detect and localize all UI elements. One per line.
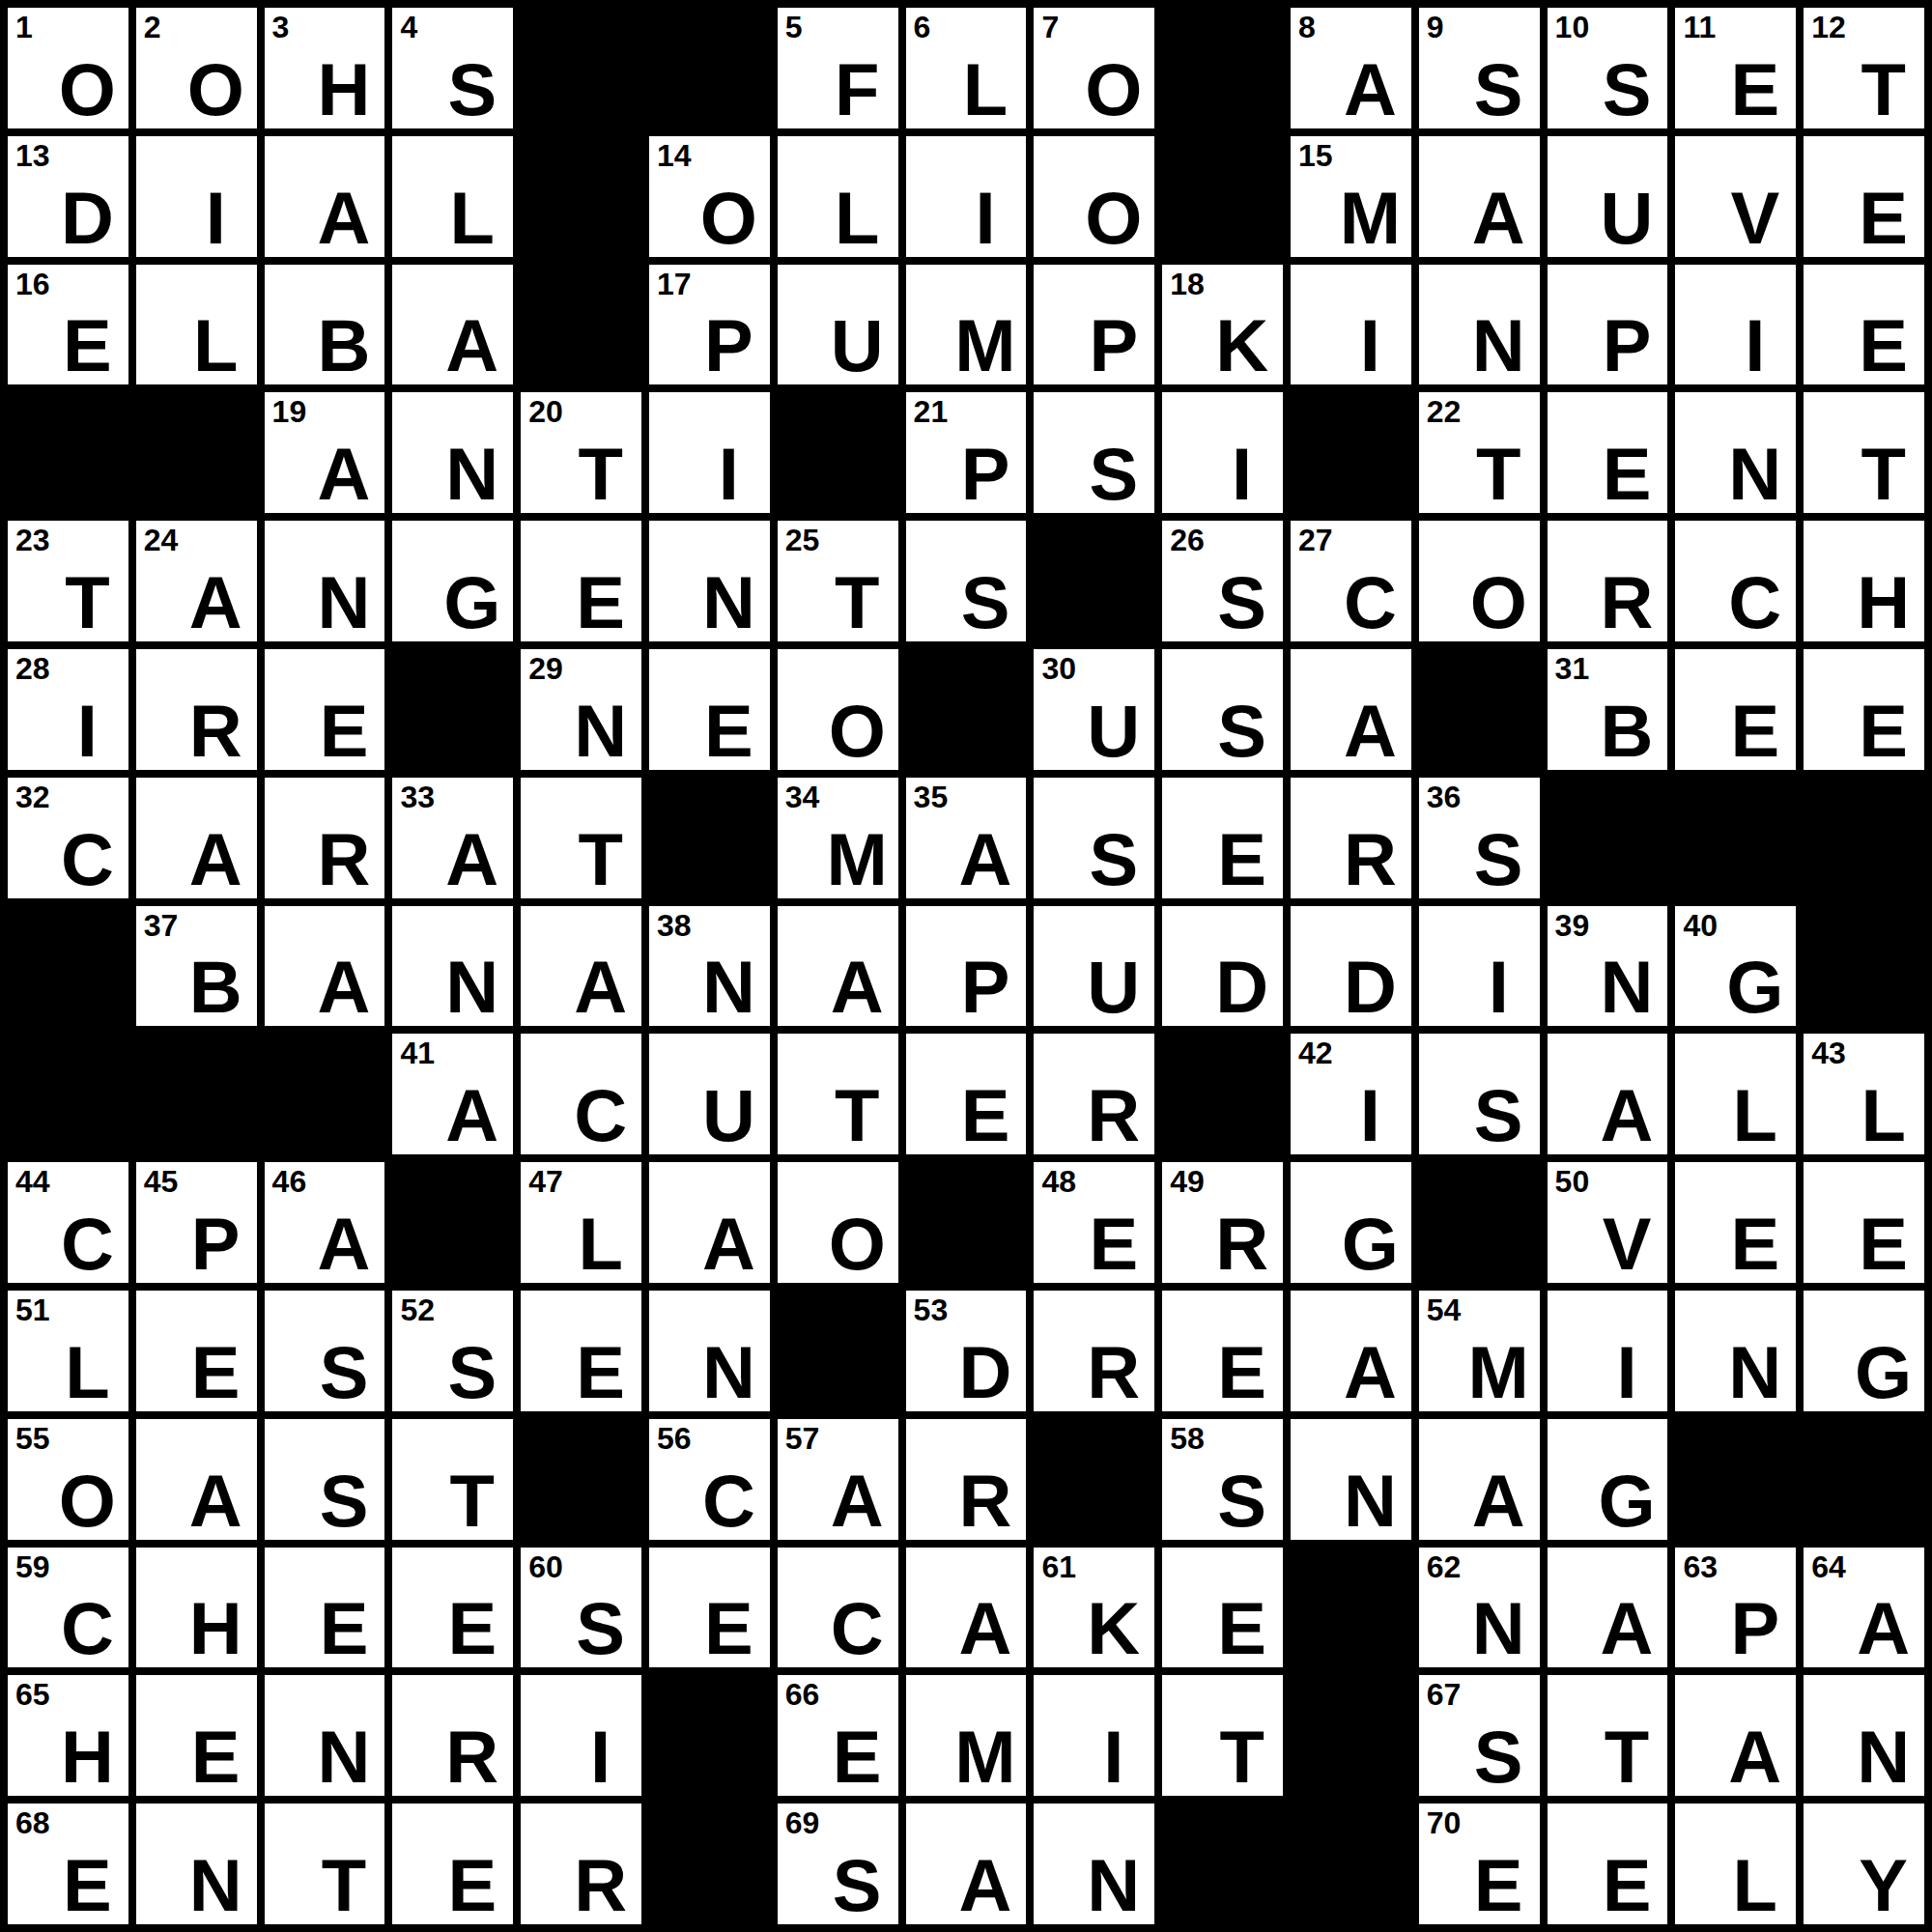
black-cell bbox=[1291, 1675, 1411, 1796]
cell-letter: P bbox=[1034, 309, 1154, 383]
letter-cell[interactable]: H bbox=[136, 1548, 257, 1668]
letter-cell[interactable]: A bbox=[136, 1419, 257, 1540]
letter-cell[interactable]: A bbox=[1675, 1675, 1796, 1796]
black-cell bbox=[1034, 521, 1154, 641]
letter-cell[interactable]: 7O bbox=[1034, 8, 1154, 128]
letter-cell[interactable]: C bbox=[1675, 521, 1796, 641]
letter-cell[interactable]: I bbox=[1419, 906, 1540, 1027]
cell-letter: N bbox=[521, 695, 641, 768]
letter-cell[interactable]: R bbox=[392, 1675, 513, 1796]
clue-number: 64 bbox=[1811, 1551, 1846, 1582]
clue-number: 35 bbox=[914, 781, 949, 812]
clue-number: 53 bbox=[914, 1294, 949, 1325]
cell-letter: N bbox=[1419, 309, 1540, 383]
letter-cell[interactable]: I bbox=[1034, 1675, 1154, 1796]
letter-cell[interactable]: T bbox=[1162, 1675, 1283, 1796]
letter-cell[interactable]: M bbox=[906, 265, 1027, 385]
cell-letter: T bbox=[778, 566, 898, 639]
clue-number: 34 bbox=[785, 781, 820, 812]
letter-cell[interactable]: 65H bbox=[8, 1675, 128, 1796]
letter-cell[interactable]: 31B bbox=[1548, 649, 1668, 770]
letter-cell[interactable]: G bbox=[392, 521, 513, 641]
black-cell bbox=[1291, 1548, 1411, 1668]
letter-cell[interactable]: N bbox=[1034, 1804, 1154, 1924]
black-cell bbox=[1419, 649, 1540, 770]
letter-cell[interactable]: 54M bbox=[1419, 1291, 1540, 1411]
letter-cell[interactable]: 13D bbox=[8, 136, 128, 257]
letter-cell[interactable]: 47L bbox=[521, 1162, 641, 1283]
cell-letter: S bbox=[1162, 1464, 1283, 1538]
letter-cell[interactable]: 23T bbox=[8, 521, 128, 641]
clue-number: 61 bbox=[1041, 1551, 1076, 1582]
letter-cell[interactable]: 64A bbox=[1804, 1548, 1924, 1668]
cell-letter: T bbox=[1804, 438, 1924, 511]
letter-cell[interactable]: 50V bbox=[1548, 1162, 1668, 1283]
cell-letter: I bbox=[521, 1720, 641, 1794]
cell-letter: E bbox=[1804, 1207, 1924, 1281]
letter-cell[interactable]: 40G bbox=[1675, 906, 1796, 1027]
clue-number: 60 bbox=[528, 1551, 563, 1582]
letter-cell[interactable]: R bbox=[1548, 521, 1668, 641]
cell-letter: I bbox=[1675, 309, 1796, 383]
cell-letter: O bbox=[1419, 566, 1540, 639]
cell-letter: C bbox=[1291, 566, 1411, 639]
letter-cell[interactable]: 57A bbox=[778, 1419, 898, 1540]
cell-letter: G bbox=[392, 566, 513, 639]
clue-number: 66 bbox=[785, 1679, 820, 1710]
cell-letter: N bbox=[1034, 1849, 1154, 1922]
letter-cell[interactable]: A bbox=[136, 778, 257, 898]
letter-cell[interactable]: N bbox=[1675, 392, 1796, 513]
letter-cell[interactable]: A bbox=[1419, 136, 1540, 257]
letter-cell[interactable]: E bbox=[1162, 1548, 1283, 1668]
cell-letter: N bbox=[1291, 1464, 1411, 1538]
letter-cell[interactable]: O bbox=[778, 649, 898, 770]
letter-cell[interactable]: E bbox=[906, 1034, 1027, 1154]
cell-letter: B bbox=[136, 951, 257, 1024]
letter-cell[interactable]: 9S bbox=[1419, 8, 1540, 128]
cell-letter: H bbox=[8, 1720, 128, 1794]
cell-letter: E bbox=[1675, 1207, 1796, 1281]
black-cell bbox=[1162, 1804, 1283, 1924]
black-cell bbox=[1291, 1804, 1411, 1924]
cell-letter: A bbox=[649, 1207, 770, 1281]
letter-cell[interactable]: S bbox=[1034, 778, 1154, 898]
black-cell bbox=[1034, 1419, 1154, 1540]
letter-cell[interactable]: E bbox=[1804, 649, 1924, 770]
letter-cell[interactable]: M bbox=[906, 1675, 1027, 1796]
letter-cell[interactable]: 67S bbox=[1419, 1675, 1540, 1796]
letter-cell[interactable]: E bbox=[1675, 1162, 1796, 1283]
cell-letter: N bbox=[649, 566, 770, 639]
letter-cell[interactable]: 70E bbox=[1419, 1804, 1540, 1924]
black-cell bbox=[1804, 778, 1924, 898]
letter-cell[interactable]: 62N bbox=[1419, 1548, 1540, 1668]
letter-cell[interactable]: 43L bbox=[1804, 1034, 1924, 1154]
letter-cell[interactable]: 42I bbox=[1291, 1034, 1411, 1154]
cell-letter: A bbox=[1548, 1079, 1668, 1152]
letter-cell[interactable]: E bbox=[265, 1548, 385, 1668]
letter-cell[interactable]: T bbox=[1804, 392, 1924, 513]
letter-cell[interactable]: 15M bbox=[1291, 136, 1411, 257]
clue-number: 44 bbox=[15, 1166, 50, 1197]
cell-letter: A bbox=[392, 823, 513, 896]
letter-cell[interactable]: 66E bbox=[778, 1675, 898, 1796]
letter-cell[interactable]: 14O bbox=[649, 136, 770, 257]
letter-cell[interactable]: T bbox=[521, 778, 641, 898]
cell-letter: E bbox=[1804, 695, 1924, 768]
letter-cell[interactable]: U bbox=[778, 265, 898, 385]
letter-cell[interactable]: R bbox=[521, 1804, 641, 1924]
letter-cell[interactable]: 56C bbox=[649, 1419, 770, 1540]
letter-cell[interactable]: S bbox=[1034, 392, 1154, 513]
letter-cell[interactable]: 30U bbox=[1034, 649, 1154, 770]
letter-cell[interactable]: L bbox=[1675, 1804, 1796, 1924]
cell-letter: N bbox=[392, 951, 513, 1024]
letter-cell[interactable]: S bbox=[906, 521, 1027, 641]
letter-cell[interactable]: R bbox=[1034, 1034, 1154, 1154]
cell-letter: E bbox=[1675, 695, 1796, 768]
cell-letter: M bbox=[778, 823, 898, 896]
letter-cell[interactable]: I bbox=[136, 136, 257, 257]
letter-cell[interactable]: 16E bbox=[8, 265, 128, 385]
letter-cell[interactable]: E bbox=[392, 1548, 513, 1668]
cell-letter: M bbox=[1291, 182, 1411, 255]
letter-cell[interactable]: L bbox=[1675, 1034, 1796, 1154]
letter-cell[interactable]: A bbox=[392, 265, 513, 385]
letter-cell[interactable]: 11E bbox=[1675, 8, 1796, 128]
letter-cell[interactable]: E bbox=[265, 649, 385, 770]
letter-cell[interactable]: E bbox=[392, 1804, 513, 1924]
cell-letter: M bbox=[906, 1720, 1027, 1794]
letter-cell[interactable]: N bbox=[265, 1675, 385, 1796]
cell-letter: B bbox=[1548, 695, 1668, 768]
letter-cell[interactable]: P bbox=[906, 906, 1027, 1027]
letter-cell[interactable]: C bbox=[778, 1548, 898, 1668]
letter-cell[interactable]: T bbox=[265, 1804, 385, 1924]
clue-number: 36 bbox=[1427, 781, 1462, 812]
letter-cell[interactable]: O bbox=[1034, 136, 1154, 257]
letter-cell[interactable]: E bbox=[136, 1291, 257, 1411]
letter-cell[interactable]: I bbox=[906, 136, 1027, 257]
clue-number: 33 bbox=[400, 781, 435, 812]
letter-cell[interactable]: E bbox=[649, 649, 770, 770]
cell-letter: O bbox=[8, 1464, 128, 1538]
cell-letter: I bbox=[136, 182, 257, 255]
letter-cell[interactable]: E bbox=[1162, 1291, 1283, 1411]
clue-number: 26 bbox=[1170, 525, 1205, 555]
letter-cell[interactable]: 28I bbox=[8, 649, 128, 770]
black-cell bbox=[649, 8, 770, 128]
letter-cell[interactable]: 18K bbox=[1162, 265, 1283, 385]
letter-cell[interactable]: P bbox=[1548, 265, 1668, 385]
cell-letter: S bbox=[778, 1849, 898, 1922]
letter-cell[interactable]: S bbox=[265, 1291, 385, 1411]
letter-cell[interactable]: N bbox=[1675, 1291, 1796, 1411]
letter-cell[interactable]: A bbox=[521, 906, 641, 1027]
letter-cell[interactable]: 21P bbox=[906, 392, 1027, 513]
cell-letter: S bbox=[392, 1336, 513, 1409]
cell-letter: T bbox=[521, 823, 641, 896]
letter-cell[interactable]: 24A bbox=[136, 521, 257, 641]
black-cell bbox=[1804, 906, 1924, 1027]
letter-cell[interactable]: 59C bbox=[8, 1548, 128, 1668]
clue-number: 12 bbox=[1811, 12, 1846, 43]
cell-letter: P bbox=[906, 438, 1027, 511]
crossword-grid: 1O2O3H4S5F6L7O8A9S10S11E12T13DIAL14OLIO1… bbox=[0, 0, 1932, 1932]
letter-cell[interactable]: N bbox=[649, 521, 770, 641]
letter-cell[interactable]: 25T bbox=[778, 521, 898, 641]
letter-cell[interactable]: E bbox=[1548, 392, 1668, 513]
letter-cell[interactable]: 19A bbox=[265, 392, 385, 513]
letter-cell[interactable]: I bbox=[1675, 265, 1796, 385]
letter-cell[interactable]: E bbox=[521, 1291, 641, 1411]
black-cell bbox=[1162, 8, 1283, 128]
letter-cell[interactable]: A bbox=[1291, 1291, 1411, 1411]
letter-cell[interactable]: I bbox=[1162, 392, 1283, 513]
cell-letter: A bbox=[778, 951, 898, 1024]
letter-cell[interactable]: A bbox=[265, 136, 385, 257]
cell-letter: A bbox=[1419, 1464, 1540, 1538]
cell-letter: N bbox=[392, 438, 513, 511]
letter-cell[interactable]: A bbox=[906, 1804, 1027, 1924]
cell-letter: U bbox=[1034, 951, 1154, 1024]
letter-cell[interactable]: 60S bbox=[521, 1548, 641, 1668]
letter-cell[interactable]: I bbox=[649, 392, 770, 513]
cell-letter: C bbox=[778, 1592, 898, 1665]
clue-number: 16 bbox=[15, 269, 50, 299]
letter-cell[interactable]: S bbox=[1162, 649, 1283, 770]
clue-number: 2 bbox=[144, 12, 161, 43]
black-cell bbox=[1291, 392, 1411, 513]
letter-cell[interactable]: T bbox=[1548, 1675, 1668, 1796]
letter-cell[interactable]: H bbox=[1804, 521, 1924, 641]
letter-cell[interactable]: 20T bbox=[521, 392, 641, 513]
letter-cell[interactable]: 52S bbox=[392, 1291, 513, 1411]
letter-cell[interactable]: 5F bbox=[778, 8, 898, 128]
letter-cell[interactable]: U bbox=[649, 1034, 770, 1154]
cell-letter: Y bbox=[1804, 1849, 1924, 1922]
clue-number: 37 bbox=[144, 910, 179, 941]
letter-cell[interactable]: E bbox=[521, 521, 641, 641]
letter-cell[interactable]: 41A bbox=[392, 1034, 513, 1154]
letter-cell[interactable]: 32C bbox=[8, 778, 128, 898]
letter-cell[interactable]: A bbox=[1548, 1034, 1668, 1154]
letter-cell[interactable]: 55O bbox=[8, 1419, 128, 1540]
letter-cell[interactable]: 39N bbox=[1548, 906, 1668, 1027]
letter-cell[interactable]: A bbox=[1548, 1548, 1668, 1668]
letter-cell[interactable]: G bbox=[1291, 1162, 1411, 1283]
cell-letter: D bbox=[8, 182, 128, 255]
letter-cell[interactable]: L bbox=[392, 136, 513, 257]
letter-cell[interactable]: N bbox=[136, 1804, 257, 1924]
letter-cell[interactable]: E bbox=[1804, 136, 1924, 257]
letter-cell[interactable]: 8A bbox=[1291, 8, 1411, 128]
letter-cell[interactable]: 2O bbox=[136, 8, 257, 128]
cell-letter: S bbox=[906, 566, 1027, 639]
letter-cell[interactable]: A bbox=[265, 906, 385, 1027]
cell-letter: C bbox=[8, 1592, 128, 1665]
letter-cell[interactable]: 33A bbox=[392, 778, 513, 898]
letter-cell[interactable]: G bbox=[1804, 1291, 1924, 1411]
cell-letter: S bbox=[1162, 695, 1283, 768]
black-cell bbox=[136, 1034, 257, 1154]
clue-number: 57 bbox=[785, 1423, 820, 1454]
letter-cell[interactable]: A bbox=[1419, 1419, 1540, 1540]
letter-cell[interactable]: R bbox=[906, 1419, 1027, 1540]
clue-number: 54 bbox=[1427, 1294, 1462, 1325]
letter-cell[interactable]: 58S bbox=[1162, 1419, 1283, 1540]
letter-cell[interactable]: 6L bbox=[906, 8, 1027, 128]
clue-number: 14 bbox=[657, 140, 692, 171]
cell-letter: U bbox=[1548, 182, 1668, 255]
cell-letter: E bbox=[1162, 1592, 1283, 1665]
letter-cell[interactable]: L bbox=[136, 265, 257, 385]
letter-cell[interactable]: E bbox=[1162, 778, 1283, 898]
black-cell bbox=[8, 906, 128, 1027]
letter-cell[interactable]: T bbox=[392, 1419, 513, 1540]
letter-cell[interactable]: R bbox=[1034, 1291, 1154, 1411]
letter-cell[interactable]: 29N bbox=[521, 649, 641, 770]
letter-cell[interactable]: U bbox=[1034, 906, 1154, 1027]
cell-letter: P bbox=[136, 1207, 257, 1281]
letter-cell[interactable]: T bbox=[778, 1034, 898, 1154]
letter-cell[interactable]: I bbox=[521, 1675, 641, 1796]
cell-letter: I bbox=[8, 695, 128, 768]
letter-cell[interactable]: 1O bbox=[8, 8, 128, 128]
black-cell bbox=[521, 136, 641, 257]
black-cell bbox=[778, 392, 898, 513]
letter-cell[interactable]: A bbox=[906, 1548, 1027, 1668]
letter-cell[interactable]: L bbox=[778, 136, 898, 257]
letter-cell[interactable]: 49R bbox=[1162, 1162, 1283, 1283]
black-cell bbox=[8, 392, 128, 513]
clue-number: 10 bbox=[1555, 12, 1590, 43]
letter-cell[interactable]: N bbox=[1419, 265, 1540, 385]
letter-cell[interactable]: R bbox=[1291, 778, 1411, 898]
letter-cell[interactable]: E bbox=[649, 1548, 770, 1668]
letter-cell[interactable]: E bbox=[1675, 649, 1796, 770]
cell-letter: I bbox=[649, 438, 770, 511]
letter-cell[interactable]: 36S bbox=[1419, 778, 1540, 898]
letter-cell[interactable]: 12T bbox=[1804, 8, 1924, 128]
cell-letter: S bbox=[1419, 823, 1540, 896]
clue-number: 28 bbox=[15, 653, 50, 684]
letter-cell[interactable]: P bbox=[1034, 265, 1154, 385]
clue-number: 32 bbox=[15, 781, 50, 812]
letter-cell[interactable]: 38N bbox=[649, 906, 770, 1027]
letter-cell[interactable]: 63P bbox=[1675, 1548, 1796, 1668]
cell-letter: R bbox=[392, 1720, 513, 1794]
letter-cell[interactable]: I bbox=[1548, 1291, 1668, 1411]
letter-cell[interactable]: B bbox=[265, 265, 385, 385]
cell-letter: G bbox=[1291, 1207, 1411, 1281]
letter-cell[interactable]: O bbox=[1419, 521, 1540, 641]
letter-cell[interactable]: Y bbox=[1804, 1804, 1924, 1924]
clue-number: 49 bbox=[1170, 1166, 1205, 1197]
letter-cell[interactable]: 35A bbox=[906, 778, 1027, 898]
cell-letter: A bbox=[265, 1207, 385, 1281]
cell-letter: M bbox=[906, 309, 1027, 383]
letter-cell[interactable]: N bbox=[392, 906, 513, 1027]
letter-cell[interactable]: N bbox=[1804, 1675, 1924, 1796]
letter-cell[interactable]: R bbox=[136, 649, 257, 770]
cell-letter: A bbox=[392, 1079, 513, 1152]
letter-cell[interactable]: 51L bbox=[8, 1291, 128, 1411]
clue-number: 38 bbox=[657, 910, 692, 941]
letter-cell[interactable]: A bbox=[778, 906, 898, 1027]
letter-cell[interactable]: 4S bbox=[392, 8, 513, 128]
letter-cell[interactable]: D bbox=[1162, 906, 1283, 1027]
letter-cell[interactable]: 27C bbox=[1291, 521, 1411, 641]
cell-letter: I bbox=[906, 182, 1027, 255]
letter-cell[interactable]: 69S bbox=[778, 1804, 898, 1924]
letter-cell[interactable]: S bbox=[265, 1419, 385, 1540]
cell-letter: L bbox=[1804, 1079, 1924, 1152]
letter-cell[interactable]: N bbox=[392, 392, 513, 513]
letter-cell[interactable]: V bbox=[1675, 136, 1796, 257]
letter-cell[interactable]: G bbox=[1548, 1419, 1668, 1540]
clue-number: 15 bbox=[1298, 140, 1333, 171]
letter-cell[interactable]: 3H bbox=[265, 8, 385, 128]
letter-cell[interactable]: U bbox=[1548, 136, 1668, 257]
letter-cell[interactable]: C bbox=[521, 1034, 641, 1154]
letter-cell[interactable]: A bbox=[649, 1162, 770, 1283]
black-cell bbox=[521, 1419, 641, 1540]
cell-letter: E bbox=[1162, 1336, 1283, 1409]
letter-cell[interactable]: E bbox=[136, 1675, 257, 1796]
letter-cell[interactable]: N bbox=[649, 1291, 770, 1411]
clue-number: 20 bbox=[528, 396, 563, 427]
letter-cell[interactable]: 46A bbox=[265, 1162, 385, 1283]
letter-cell[interactable]: I bbox=[1291, 265, 1411, 385]
letter-cell[interactable]: 48E bbox=[1034, 1162, 1154, 1283]
letter-cell[interactable]: A bbox=[1291, 649, 1411, 770]
cell-letter: L bbox=[906, 53, 1027, 127]
letter-cell[interactable]: E bbox=[1804, 1162, 1924, 1283]
letter-cell[interactable]: 26S bbox=[1162, 521, 1283, 641]
letter-cell[interactable]: 61K bbox=[1034, 1548, 1154, 1668]
cell-letter: E bbox=[1548, 438, 1668, 511]
letter-cell[interactable]: 34M bbox=[778, 778, 898, 898]
letter-cell[interactable]: N bbox=[265, 521, 385, 641]
letter-cell[interactable]: 17P bbox=[649, 265, 770, 385]
letter-cell[interactable]: 10S bbox=[1548, 8, 1668, 128]
cell-letter: T bbox=[778, 1079, 898, 1152]
cell-letter: N bbox=[649, 1336, 770, 1409]
letter-cell[interactable]: 37B bbox=[136, 906, 257, 1027]
letter-cell[interactable]: 22T bbox=[1419, 392, 1540, 513]
letter-cell[interactable]: 44C bbox=[8, 1162, 128, 1283]
letter-cell[interactable]: 45P bbox=[136, 1162, 257, 1283]
letter-cell[interactable]: N bbox=[1291, 1419, 1411, 1540]
cell-letter: V bbox=[1548, 1207, 1668, 1281]
letter-cell[interactable]: E bbox=[1548, 1804, 1668, 1924]
clue-number: 56 bbox=[657, 1423, 692, 1454]
letter-cell[interactable]: O bbox=[778, 1162, 898, 1283]
letter-cell[interactable]: S bbox=[1419, 1034, 1540, 1154]
letter-cell[interactable]: R bbox=[265, 778, 385, 898]
letter-cell[interactable]: E bbox=[1804, 265, 1924, 385]
letter-cell[interactable]: D bbox=[1291, 906, 1411, 1027]
clue-number: 52 bbox=[400, 1294, 435, 1325]
letter-cell[interactable]: 68E bbox=[8, 1804, 128, 1924]
cell-letter: N bbox=[1548, 951, 1668, 1024]
cell-letter: T bbox=[392, 1464, 513, 1538]
letter-cell[interactable]: 53D bbox=[906, 1291, 1027, 1411]
black-cell bbox=[1675, 778, 1796, 898]
clue-number: 43 bbox=[1811, 1037, 1846, 1068]
